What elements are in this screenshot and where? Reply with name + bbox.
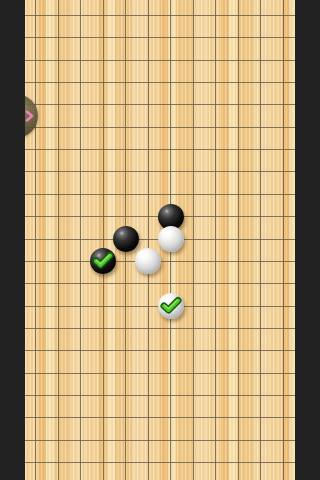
game-screen [25, 0, 295, 480]
stone-black [90, 248, 116, 274]
chevron-right-icon [25, 110, 34, 122]
stone-black [113, 226, 139, 252]
stone-white [158, 293, 184, 319]
stones-layer [25, 0, 295, 480]
goban-board[interactable] [25, 0, 295, 480]
last-move-check-icon [92, 250, 114, 272]
stone-white [135, 248, 161, 274]
stone-white [158, 226, 184, 252]
last-move-check-icon [160, 295, 182, 317]
